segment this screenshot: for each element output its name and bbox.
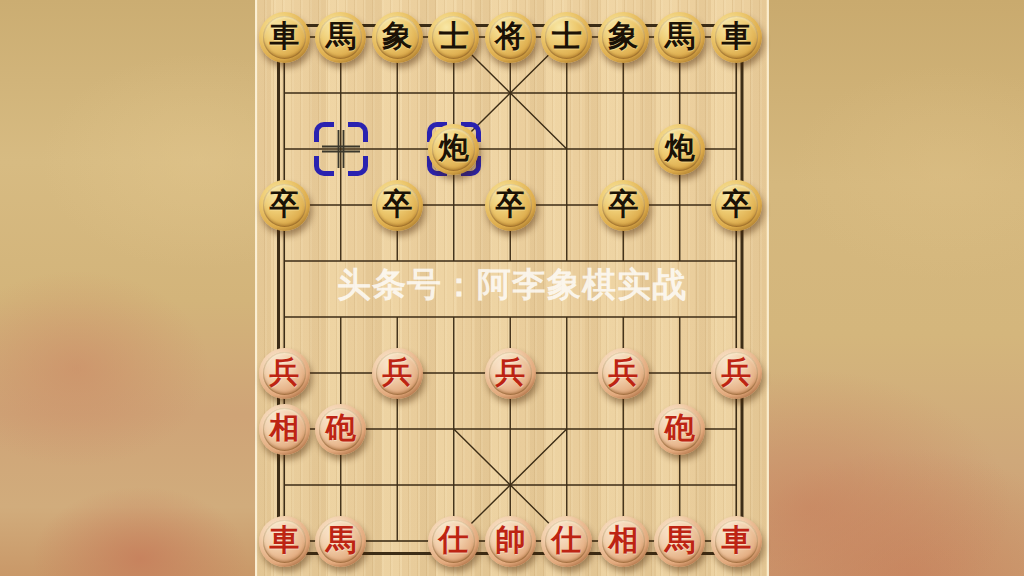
- piece-black-elephant[interactable]: 象: [598, 12, 649, 63]
- piece-glyph: 車: [269, 525, 299, 555]
- piece-black-soldier[interactable]: 卒: [711, 180, 762, 231]
- xiangqi-board[interactable]: 头条号：阿李象棋实战 車馬象士将士象馬車炮炮卒卒卒卒卒兵兵兵兵兵相砲砲車馬仕帥仕…: [255, 0, 769, 576]
- piece-glyph: 相: [608, 525, 638, 555]
- piece-glyph: 車: [269, 21, 299, 51]
- piece-glyph: 卒: [721, 189, 751, 219]
- piece-black-horse[interactable]: 馬: [315, 12, 366, 63]
- piece-red-chariot[interactable]: 車: [259, 516, 310, 567]
- piece-glyph: 卒: [495, 189, 525, 219]
- piece-black-horse[interactable]: 馬: [654, 12, 705, 63]
- piece-glyph: 馬: [326, 525, 356, 555]
- piece-glyph: 士: [439, 21, 469, 51]
- piece-glyph: 兵: [608, 357, 638, 387]
- piece-red-soldier[interactable]: 兵: [259, 348, 310, 399]
- piece-glyph: 馬: [665, 21, 695, 51]
- piece-glyph: 兵: [269, 357, 299, 387]
- piece-glyph: 士: [552, 21, 582, 51]
- piece-red-advisor[interactable]: 仕: [428, 516, 479, 567]
- piece-black-elephant[interactable]: 象: [372, 12, 423, 63]
- piece-red-soldier[interactable]: 兵: [372, 348, 423, 399]
- piece-black-soldier[interactable]: 卒: [372, 180, 423, 231]
- piece-black-chariot[interactable]: 車: [259, 12, 310, 63]
- piece-black-soldier[interactable]: 卒: [259, 180, 310, 231]
- piece-black-advisor[interactable]: 士: [541, 12, 592, 63]
- piece-red-cannon[interactable]: 砲: [654, 404, 705, 455]
- piece-glyph: 将: [495, 21, 525, 51]
- piece-red-horse[interactable]: 馬: [654, 516, 705, 567]
- piece-glyph: 卒: [269, 189, 299, 219]
- piece-glyph: 象: [382, 21, 412, 51]
- piece-red-advisor[interactable]: 仕: [541, 516, 592, 567]
- piece-glyph: 馬: [326, 21, 356, 51]
- piece-glyph: 兵: [382, 357, 412, 387]
- piece-glyph: 卒: [608, 189, 638, 219]
- piece-glyph: 卒: [382, 189, 412, 219]
- piece-glyph: 象: [608, 21, 638, 51]
- pieces-layer: 車馬象士将士象馬車炮炮卒卒卒卒卒兵兵兵兵兵相砲砲車馬仕帥仕相馬車: [256, 9, 765, 569]
- piece-glyph: 兵: [495, 357, 525, 387]
- piece-red-soldier[interactable]: 兵: [485, 348, 536, 399]
- piece-glyph: 相: [269, 413, 299, 443]
- screenshot-stage: 头条号：阿李象棋实战 車馬象士将士象馬車炮炮卒卒卒卒卒兵兵兵兵兵相砲砲車馬仕帥仕…: [0, 0, 1024, 576]
- piece-black-soldier[interactable]: 卒: [485, 180, 536, 231]
- piece-black-general[interactable]: 将: [485, 12, 536, 63]
- piece-red-soldier[interactable]: 兵: [711, 348, 762, 399]
- blurred-background-left: [0, 0, 255, 576]
- piece-black-soldier[interactable]: 卒: [598, 180, 649, 231]
- piece-glyph: 炮: [665, 133, 695, 163]
- blurred-background-right: [769, 0, 1024, 576]
- piece-black-cannon[interactable]: 炮: [428, 124, 479, 175]
- piece-red-chariot[interactable]: 車: [711, 516, 762, 567]
- piece-glyph: 兵: [721, 357, 751, 387]
- crosshair-icon: [319, 127, 363, 171]
- piece-glyph: 車: [721, 525, 751, 555]
- piece-black-cannon[interactable]: 炮: [654, 124, 705, 175]
- piece-glyph: 車: [721, 21, 751, 51]
- piece-red-elephant[interactable]: 相: [598, 516, 649, 567]
- piece-glyph: 帥: [495, 525, 525, 555]
- piece-red-cannon[interactable]: 砲: [315, 404, 366, 455]
- piece-red-soldier[interactable]: 兵: [598, 348, 649, 399]
- piece-glyph: 砲: [665, 413, 695, 443]
- piece-glyph: 砲: [326, 413, 356, 443]
- last-move-origin-marker: [314, 122, 368, 176]
- piece-black-chariot[interactable]: 車: [711, 12, 762, 63]
- piece-red-elephant[interactable]: 相: [259, 404, 310, 455]
- piece-red-general[interactable]: 帥: [485, 516, 536, 567]
- piece-glyph: 仕: [552, 525, 582, 555]
- piece-glyph: 馬: [665, 525, 695, 555]
- piece-glyph: 炮: [439, 133, 469, 163]
- piece-red-horse[interactable]: 馬: [315, 516, 366, 567]
- piece-glyph: 仕: [439, 525, 469, 555]
- piece-black-advisor[interactable]: 士: [428, 12, 479, 63]
